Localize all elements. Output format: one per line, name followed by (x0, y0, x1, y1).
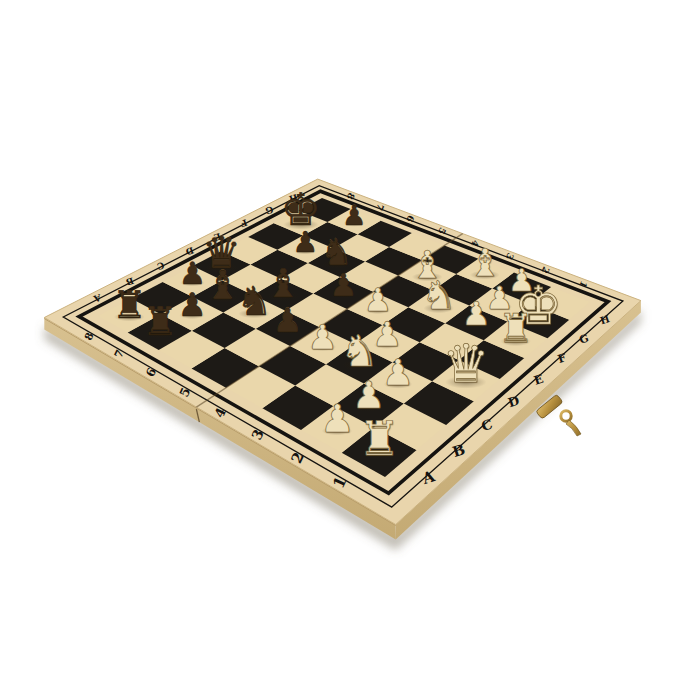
piece-white-pawn-f2[interactable]: ♟ (462, 298, 491, 331)
piece-white-pawn-b2[interactable]: ♟ (352, 377, 386, 414)
piece-white-rook-a1[interactable]: ♜ (358, 415, 400, 462)
piece-white-queen-d1[interactable]: ♛ (442, 339, 489, 392)
piece-white-pawn-e4[interactable]: ♟ (363, 285, 392, 317)
piece-black-knight-c6[interactable]: ♞ (237, 281, 273, 321)
piece-white-pawn-c2[interactable]: ♟ (382, 355, 414, 391)
piece-black-pawn-f7[interactable]: ♟ (293, 228, 319, 257)
chess-set-photo: AABBCCDDEEFFGGHH1122334455667788 ♜♟♛♚♜♟♝… (0, 0, 700, 700)
piece-black-rook-a7[interactable]: ♜ (142, 302, 177, 341)
clasp-ring (561, 411, 571, 421)
piece-black-pawn-b7[interactable]: ♟ (178, 290, 207, 322)
piece-black-bishop-c7[interactable]: ♝ (205, 266, 241, 306)
piece-black-pawn-c5[interactable]: ♟ (273, 303, 303, 336)
piece-white-rook-f1[interactable]: ♜ (498, 309, 534, 349)
piece-white-knight-f3[interactable]: ♞ (421, 276, 456, 315)
piece-black-pawn-h7[interactable]: ♟ (342, 202, 366, 229)
piece-white-knight-c3[interactable]: ♞ (340, 330, 379, 373)
piece-black-pawn-e5[interactable]: ♟ (329, 270, 357, 301)
piece-white-pawn-c4[interactable]: ♟ (307, 320, 338, 354)
piece-black-pawn-c8[interactable]: ♟ (179, 259, 206, 289)
clasp-hook (566, 420, 581, 436)
piece-white-pawn-a2[interactable]: ♟ (320, 399, 355, 438)
piece-white-bishop-h3[interactable]: ♝ (468, 245, 502, 283)
